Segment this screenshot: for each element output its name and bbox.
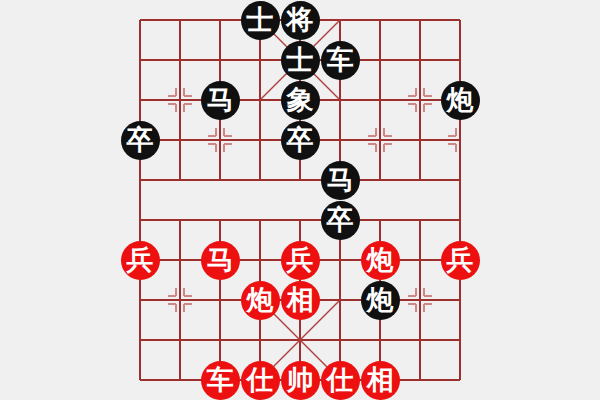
red-advisor[interactable]: 仕 (321, 361, 360, 400)
red-general[interactable]: 帅 (281, 361, 320, 400)
black-horse[interactable]: 马 (321, 161, 360, 200)
black-soldier[interactable]: 卒 (281, 121, 320, 160)
black-general[interactable]: 将 (281, 1, 320, 40)
black-chariot[interactable]: 车 (321, 41, 360, 80)
pieces-layer: 士将士车马象炮卒卒马卒炮兵马兵炮兵炮相车仕帅仕相 (120, 0, 480, 400)
red-horse[interactable]: 马 (201, 241, 240, 280)
xiangqi-app: 士将士车马象炮卒卒马卒炮兵马兵炮兵炮相车仕帅仕相 (0, 0, 600, 400)
red-cannon[interactable]: 炮 (241, 281, 280, 320)
red-advisor[interactable]: 仕 (241, 361, 280, 400)
red-soldier[interactable]: 兵 (441, 241, 480, 280)
black-elephant[interactable]: 象 (281, 81, 320, 120)
red-chariot[interactable]: 车 (201, 361, 240, 400)
red-elephant[interactable]: 相 (361, 361, 400, 400)
black-horse[interactable]: 马 (201, 81, 240, 120)
xiangqi-board: 士将士车马象炮卒卒马卒炮兵马兵炮兵炮相车仕帅仕相 (120, 0, 480, 400)
red-cannon[interactable]: 炮 (361, 241, 400, 280)
black-soldier[interactable]: 卒 (321, 201, 360, 240)
red-elephant[interactable]: 相 (281, 281, 320, 320)
black-advisor[interactable]: 士 (241, 1, 280, 40)
black-advisor[interactable]: 士 (281, 41, 320, 80)
red-soldier[interactable]: 兵 (121, 241, 160, 280)
black-cannon[interactable]: 炮 (361, 281, 400, 320)
black-soldier[interactable]: 卒 (121, 121, 160, 160)
black-cannon[interactable]: 炮 (441, 81, 480, 120)
red-soldier[interactable]: 兵 (281, 241, 320, 280)
